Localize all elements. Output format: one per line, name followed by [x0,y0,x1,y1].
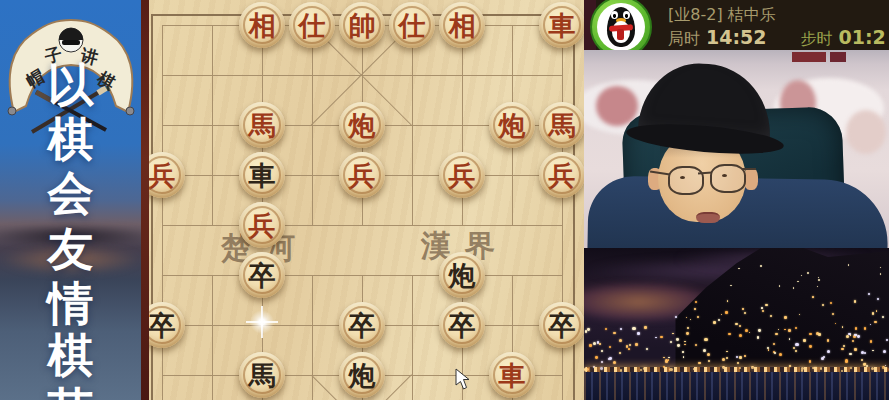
piece-glyph: 兵 [349,162,376,189]
divider-strip [141,0,149,400]
city-light [812,296,814,298]
city-light [845,359,848,362]
mouse-cursor-icon[interactable] [455,368,470,390]
city-light [742,308,744,310]
city-light [626,345,629,348]
city-light [848,264,850,266]
city-light [818,277,819,278]
slogan-char: 友 [0,226,141,272]
piece-glyph: 卒 [349,312,376,339]
xiangqi-piece-black-r7c4[interactable]: 炮 [339,352,385,398]
xiangqi-board: 楚河 漢界 相仕帥仕相車馬炮炮馬兵車兵兵兵兵卒炮卒卒卒卒馬炮車 [149,0,584,400]
city-light [803,339,805,341]
piece-glyph: 相 [449,12,476,39]
city-light [807,272,809,274]
city-light [628,348,630,350]
city-light [739,356,742,359]
city-light [854,334,856,336]
grid-vline [312,275,313,400]
city-light [619,352,621,354]
xiangqi-piece-red-r0c3[interactable]: 仕 [289,2,335,48]
city-light [587,328,590,331]
city-light [605,328,607,330]
fan-pin-left-icon [8,107,16,115]
city-light [735,323,737,325]
city-light [695,344,697,346]
xiangqi-piece-red-r0c8[interactable]: 車 [539,2,584,48]
city-light [619,339,622,342]
city-light [854,348,857,351]
city-light [677,344,680,347]
player-info-bar: [业8-2] 桔中乐 局时 14:52 步时 01:2 [584,0,889,50]
piece-glyph: 卒 [549,312,576,339]
xiangqi-piece-black-r7c2[interactable]: 馬 [239,352,285,398]
city-light [694,308,696,310]
stream-screen: 帽 子 讲 棋 以棋会友情棋艺 楚河 漢界 相仕帥仕相車馬炮炮馬兵車兵兵兵兵卒炮… [0,0,889,400]
piece-glyph: 車 [249,162,276,189]
grid-vline [412,275,413,400]
eye [722,174,727,177]
piece-glyph: 炮 [349,362,376,389]
piece-glyph: 兵 [449,162,476,189]
city-light [644,326,646,328]
xiangqi-piece-red-r0c4[interactable]: 帥 [339,2,385,48]
piece-glyph: 炮 [449,262,476,289]
city-light [739,325,741,327]
timers-row: 局时 14:52 步时 01:2 [668,26,886,50]
game-time-label: 局时 [668,29,700,50]
city-light [668,359,670,361]
mascot-sunglasses-icon [62,40,80,45]
move-time-label: 步时 [800,29,832,50]
streamer-webcam [584,50,889,248]
grid-vline [312,25,313,225]
xiangqi-piece-red-r2c7[interactable]: 炮 [489,102,535,148]
xiangqi-piece-black-r6c4[interactable]: 卒 [339,302,385,348]
city-light [779,285,780,286]
piece-glyph: 仕 [299,12,326,39]
point-marker [206,369,219,382]
city-light [827,350,830,353]
xiangqi-piece-red-r7c7[interactable]: 車 [489,352,535,398]
city-light [703,349,706,352]
city-light [738,268,740,270]
move-sparkle-effect [246,306,278,338]
city-light [760,265,762,267]
night-city-scene [584,248,889,400]
city-light [846,335,849,338]
city-light [620,328,622,330]
city-light [635,343,638,346]
player-tag: [业8-2] 桔中乐 [668,5,776,26]
piece-glyph: 馬 [249,362,276,389]
city-light [601,350,603,352]
city-light [737,362,739,364]
slogan-char: 棋 [0,332,141,378]
xiangqi-piece-black-r6c8[interactable]: 卒 [539,302,584,348]
city-light [589,344,592,347]
fan-pin-right-icon [126,107,134,115]
slogan-char: 艺 [0,386,141,400]
piece-glyph: 兵 [549,162,576,189]
piece-glyph: 兵 [249,212,276,239]
city-light [682,351,684,353]
city-light [848,333,850,335]
piece-glyph: 炮 [349,112,376,139]
city-light [684,344,686,346]
city-light [744,355,746,357]
shelf-item [830,52,846,62]
city-light [697,316,699,318]
city-light [599,343,601,345]
xiangqi-piece-red-r2c8[interactable]: 馬 [539,102,584,148]
piece-glyph: 仕 [399,12,426,39]
city-light [795,343,798,346]
xiangqi-piece-red-r0c2[interactable]: 相 [239,2,285,48]
city-light [861,359,863,361]
city-light [608,358,610,360]
city-light [707,353,710,356]
xiangqi-piece-black-r6c6[interactable]: 卒 [439,302,485,348]
city-light [773,343,775,345]
city-light [775,333,777,335]
city-light [855,327,857,329]
ear [744,168,758,190]
city-light [758,329,761,332]
city-light [727,300,729,302]
city-light [637,332,639,334]
city-light [672,333,674,335]
mouth [696,212,720,223]
xiangqi-piece-red-r2c2[interactable]: 馬 [239,102,285,148]
xiangqi-piece-black-r5c2[interactable]: 卒 [239,252,285,298]
water-reflections [584,372,889,400]
city-light [818,333,821,336]
city-light [870,324,871,325]
xiangqi-piece-red-r3c8[interactable]: 兵 [539,152,584,198]
move-time-value: 01:2 [838,26,885,48]
city-light [684,341,686,343]
piece-glyph: 兵 [149,162,176,189]
city-light [817,286,818,287]
city-light [655,337,657,339]
xiangqi-piece-red-r4c2[interactable]: 兵 [239,202,285,248]
city-light [765,304,768,307]
slogan-char: 情 [0,280,141,326]
piece-glyph: 馬 [249,112,276,139]
city-light [695,301,697,303]
slogan-char: 以 [0,62,141,108]
piece-glyph: 馬 [549,112,576,139]
city-light [632,327,635,330]
xiangqi-piece-red-r3c4[interactable]: 兵 [339,152,385,198]
city-light [660,336,662,338]
pillow [846,110,886,154]
xiangqi-piece-red-r2c4[interactable]: 炮 [339,102,385,148]
shelf-item [792,52,826,62]
city-light [809,360,811,362]
city-light [613,361,616,364]
point-marker [206,119,219,132]
city-light [870,340,873,343]
city-light [609,346,611,348]
piece-glyph: 車 [499,362,526,389]
piece-glyph: 帥 [349,12,376,39]
game-time-value: 14:52 [706,26,766,48]
city-light [872,312,874,314]
city-light [593,342,596,345]
city-light [613,332,615,334]
glasses-right-lens [710,164,746,193]
city-light [646,348,648,350]
glasses-left-lens [668,166,704,195]
city-light [725,311,728,314]
city-light [762,310,764,312]
city-light [713,321,716,324]
xiangqi-piece-black-r5c6[interactable]: 炮 [439,252,485,298]
piece-glyph: 卒 [249,262,276,289]
slogan-char: 会 [0,170,141,216]
city-light [801,275,802,276]
city-light [670,341,672,343]
city-light [663,357,665,359]
slogan-char: 棋 [0,116,141,162]
city-light [698,362,700,364]
glasses-temple [742,168,756,170]
city-light [595,356,598,359]
city-light [601,361,603,363]
city-light [704,338,707,341]
city-light [822,304,824,306]
piece-glyph: 卒 [149,312,176,339]
city-light [784,316,787,319]
xiangqi-piece-red-r0c5[interactable]: 仕 [389,2,435,48]
right-panel: [业8-2] 桔中乐 局时 14:52 步时 01:2 [584,0,889,400]
xiangqi-piece-black-r3c2[interactable]: 車 [239,152,285,198]
city-light [788,329,791,332]
sidebar-banner: 帽 子 讲 棋 以棋会友情棋艺 [0,0,141,400]
city-light [863,363,866,366]
city-light [761,307,763,309]
piece-glyph: 車 [549,12,576,39]
city-light [585,330,587,332]
piece-glyph: 炮 [499,112,526,139]
eye [680,176,685,179]
city-light [629,344,631,346]
xiangqi-piece-red-r0c6[interactable]: 相 [439,2,485,48]
city-light [784,329,786,331]
xiangqi-piece-red-r3c6[interactable]: 兵 [439,152,485,198]
piece-glyph: 相 [249,12,276,39]
piece-glyph: 卒 [449,312,476,339]
city-light [728,333,731,336]
